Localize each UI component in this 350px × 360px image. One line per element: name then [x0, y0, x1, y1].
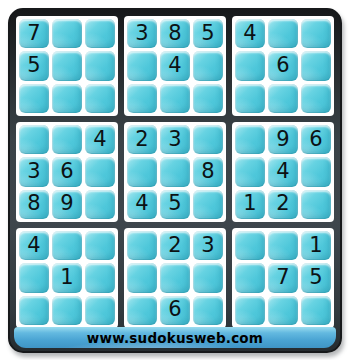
- cell-r8c8[interactable]: 7: [268, 263, 298, 292]
- cell-r2c7[interactable]: [235, 51, 265, 80]
- box-4: 43689: [16, 122, 118, 222]
- given-digit: 2: [135, 129, 148, 151]
- cell-r5c4[interactable]: [127, 157, 157, 186]
- given-digit: 9: [276, 129, 289, 151]
- cell-r6c9[interactable]: [301, 190, 331, 219]
- given-digit: 6: [168, 299, 181, 321]
- given-digit: 4: [243, 23, 256, 45]
- box-3: 46: [232, 16, 334, 116]
- cell-r9c5[interactable]: 6: [160, 296, 190, 325]
- cell-r4c2[interactable]: [52, 125, 82, 154]
- cell-r6c7[interactable]: 1: [235, 190, 265, 219]
- sudoku-grid: 7538544643689238459641241236175: [16, 16, 334, 328]
- given-digit: 4: [276, 161, 289, 183]
- cell-r2c8[interactable]: 6: [268, 51, 298, 80]
- cell-r4c8[interactable]: 9: [268, 125, 298, 154]
- cell-r6c4[interactable]: 4: [127, 190, 157, 219]
- cell-r3c6[interactable]: [193, 84, 223, 113]
- cell-r7c2[interactable]: [52, 231, 82, 260]
- cell-r8c2[interactable]: 1: [52, 263, 82, 292]
- cell-r8c4[interactable]: [127, 263, 157, 292]
- cell-r9c1[interactable]: [19, 296, 49, 325]
- given-digit: 1: [243, 193, 256, 215]
- cell-r7c9[interactable]: 1: [301, 231, 331, 260]
- given-digit: 6: [309, 129, 322, 151]
- given-digit: 6: [60, 161, 73, 183]
- cell-r3c5[interactable]: [160, 84, 190, 113]
- cell-r6c1[interactable]: 8: [19, 190, 49, 219]
- cell-r7c8[interactable]: [268, 231, 298, 260]
- given-digit: 4: [27, 235, 40, 257]
- cell-r1c3[interactable]: [85, 19, 115, 48]
- cell-r5c1[interactable]: 3: [19, 157, 49, 186]
- cell-r9c2[interactable]: [52, 296, 82, 325]
- cell-r1c7[interactable]: 4: [235, 19, 265, 48]
- cell-r1c8[interactable]: [268, 19, 298, 48]
- given-digit: 3: [168, 129, 181, 151]
- cell-r4c9[interactable]: 6: [301, 125, 331, 154]
- site-url[interactable]: www.sudokusweb.com: [87, 330, 263, 346]
- box-9: 175: [232, 228, 334, 328]
- given-digit: 7: [276, 267, 289, 289]
- given-digit: 8: [168, 23, 181, 45]
- cell-r1c5[interactable]: 8: [160, 19, 190, 48]
- given-digit: 2: [276, 193, 289, 215]
- box-2: 3854: [124, 16, 226, 116]
- given-digit: 5: [201, 23, 214, 45]
- given-digit: 1: [309, 235, 322, 257]
- given-digit: 4: [168, 55, 181, 77]
- cell-r6c8[interactable]: 2: [268, 190, 298, 219]
- box-5: 23845: [124, 122, 226, 222]
- given-digit: 2: [168, 235, 181, 257]
- cell-r7c5[interactable]: 2: [160, 231, 190, 260]
- cell-r1c1[interactable]: 7: [19, 19, 49, 48]
- cell-r3c2[interactable]: [52, 84, 82, 113]
- cell-r7c7[interactable]: [235, 231, 265, 260]
- cell-r4c7[interactable]: [235, 125, 265, 154]
- cell-r9c6[interactable]: [193, 296, 223, 325]
- given-digit: 5: [309, 267, 322, 289]
- cell-r4c1[interactable]: [19, 125, 49, 154]
- cell-r3c3[interactable]: [85, 84, 115, 113]
- cell-r5c2[interactable]: 6: [52, 157, 82, 186]
- given-digit: 8: [27, 193, 40, 215]
- cell-r8c9[interactable]: 5: [301, 263, 331, 292]
- cell-r3c7[interactable]: [235, 84, 265, 113]
- cell-r2c6[interactable]: [193, 51, 223, 80]
- cell-r1c2[interactable]: [52, 19, 82, 48]
- cell-r9c9[interactable]: [301, 296, 331, 325]
- cell-r1c6[interactable]: 5: [193, 19, 223, 48]
- cell-r5c5[interactable]: [160, 157, 190, 186]
- cell-r8c5[interactable]: [160, 263, 190, 292]
- cell-r6c3[interactable]: [85, 190, 115, 219]
- cell-r8c6[interactable]: [193, 263, 223, 292]
- given-digit: 8: [201, 161, 214, 183]
- cell-r1c4[interactable]: 3: [127, 19, 157, 48]
- cell-r5c3[interactable]: [85, 157, 115, 186]
- cell-r2c9[interactable]: [301, 51, 331, 80]
- cell-r2c4[interactable]: [127, 51, 157, 80]
- cell-r5c8[interactable]: 4: [268, 157, 298, 186]
- cell-r3c4[interactable]: [127, 84, 157, 113]
- box-7: 41: [16, 228, 118, 328]
- given-digit: 4: [135, 193, 148, 215]
- cell-r1c9[interactable]: [301, 19, 331, 48]
- given-digit: 6: [276, 55, 289, 77]
- cell-r9c7[interactable]: [235, 296, 265, 325]
- cell-r9c3[interactable]: [85, 296, 115, 325]
- box-1: 75: [16, 16, 118, 116]
- cell-r4c5[interactable]: 3: [160, 125, 190, 154]
- cell-r4c3[interactable]: 4: [85, 125, 115, 154]
- given-digit: 7: [27, 23, 40, 45]
- cell-r7c6[interactable]: 3: [193, 231, 223, 260]
- cell-r7c3[interactable]: [85, 231, 115, 260]
- given-digit: 5: [168, 193, 181, 215]
- given-digit: 3: [27, 161, 40, 183]
- board-frame: 7538544643689238459641241236175 www.sudo…: [8, 8, 342, 353]
- given-digit: 4: [93, 129, 106, 151]
- cell-r2c1[interactable]: 5: [19, 51, 49, 80]
- box-8: 236: [124, 228, 226, 328]
- cell-r2c3[interactable]: [85, 51, 115, 80]
- cell-r9c8[interactable]: [268, 296, 298, 325]
- cell-r6c6[interactable]: [193, 190, 223, 219]
- cell-r2c5[interactable]: 4: [160, 51, 190, 80]
- cell-r3c1[interactable]: [19, 84, 49, 113]
- given-digit: 9: [60, 193, 73, 215]
- given-digit: 1: [60, 267, 73, 289]
- footer-bar: www.sudokusweb.com: [14, 327, 336, 348]
- cell-r4c4[interactable]: 2: [127, 125, 157, 154]
- cell-r8c3[interactable]: [85, 263, 115, 292]
- given-digit: 3: [135, 23, 148, 45]
- cell-r5c9[interactable]: [301, 157, 331, 186]
- given-digit: 3: [201, 235, 214, 257]
- cell-r5c6[interactable]: 8: [193, 157, 223, 186]
- cell-r8c7[interactable]: [235, 263, 265, 292]
- cell-r2c2[interactable]: [52, 51, 82, 80]
- cell-r5c7[interactable]: [235, 157, 265, 186]
- cell-r3c9[interactable]: [301, 84, 331, 113]
- cell-r6c5[interactable]: 5: [160, 190, 190, 219]
- box-6: 96412: [232, 122, 334, 222]
- cell-r6c2[interactable]: 9: [52, 190, 82, 219]
- cell-r3c8[interactable]: [268, 84, 298, 113]
- cell-r4c6[interactable]: [193, 125, 223, 154]
- cell-r9c4[interactable]: [127, 296, 157, 325]
- cell-r7c4[interactable]: [127, 231, 157, 260]
- cell-r7c1[interactable]: 4: [19, 231, 49, 260]
- given-digit: 5: [27, 55, 40, 77]
- cell-r8c1[interactable]: [19, 263, 49, 292]
